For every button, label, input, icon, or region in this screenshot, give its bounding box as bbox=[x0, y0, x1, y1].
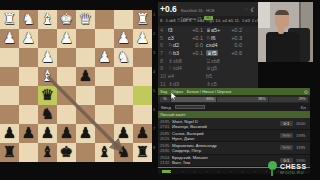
square-f2[interactable] bbox=[38, 29, 57, 48]
square-g8[interactable] bbox=[19, 143, 38, 162]
move-cell-4-we: +0.1 bbox=[192, 27, 206, 33]
move-cell-10-bm[interactable]: b5 bbox=[206, 73, 230, 79]
move-cell-4-bm[interactable]: ♕a5+ bbox=[206, 27, 230, 33]
timeline-tick bbox=[170, 171, 171, 172]
move-cell-8-no: 8 bbox=[160, 58, 168, 64]
square-g5[interactable] bbox=[19, 86, 38, 105]
filter-right-label: Кл. bbox=[301, 105, 307, 110]
move-cell-7-we: +0.1 bbox=[192, 50, 206, 56]
timeline-tick bbox=[242, 171, 243, 172]
move-cell-8-bm[interactable]: ♖xb8 bbox=[206, 58, 230, 64]
square-e2[interactable]: ♟ bbox=[57, 29, 76, 48]
move-cell-5-wm[interactable]: c3 bbox=[168, 35, 192, 41]
move-cell-9-bm[interactable]: ♕g5 bbox=[206, 65, 230, 71]
game-year: 1995 bbox=[296, 145, 308, 150]
square-a2[interactable]: ♟ bbox=[133, 29, 152, 48]
game-row-1[interactable]: 26952741Short, Nigel DИванчук, Василий0:… bbox=[158, 118, 310, 130]
move-row-6: 6♘d20.0cxd40.0 bbox=[158, 41, 258, 49]
square-h6[interactable] bbox=[0, 105, 19, 124]
move-cell-10-wm[interactable]: e4 bbox=[168, 73, 192, 79]
game-row-3[interactable]: 25352690Морозевич, АлександрСвидлер, Пёт… bbox=[158, 142, 310, 154]
move-cell-7-no: 7 bbox=[160, 50, 168, 56]
square-c3[interactable]: ♟ bbox=[95, 48, 114, 67]
game-result-badge: 0:1 bbox=[280, 121, 293, 126]
move-cell-9-wm[interactable]: ♘xd4 bbox=[168, 65, 192, 71]
move-cell-6-no: 6 bbox=[160, 42, 168, 48]
moon-icon[interactable]: ☾ bbox=[251, 6, 256, 13]
square-c7[interactable] bbox=[95, 124, 114, 143]
move-cell-7-wm[interactable]: ♘b3 bbox=[168, 50, 192, 56]
eval-score: +0.6 bbox=[160, 4, 177, 14]
square-d4[interactable]: ♟ bbox=[76, 67, 95, 86]
filter-input[interactable] bbox=[175, 105, 205, 110]
move-cell-9-no: 9 bbox=[160, 65, 168, 71]
black-queen: ♛ bbox=[38, 86, 57, 105]
black-rook: ♜ bbox=[0, 143, 19, 162]
tree-icon bbox=[266, 161, 278, 177]
square-h3[interactable] bbox=[0, 48, 19, 67]
square-a5[interactable] bbox=[133, 86, 152, 105]
square-g1[interactable]: ♞ bbox=[19, 10, 38, 29]
move-cell-5-no: 5 bbox=[160, 35, 168, 41]
square-c4[interactable] bbox=[95, 67, 114, 86]
move-cell-7-be: +0.6 bbox=[230, 50, 242, 56]
square-e7[interactable]: ♟ bbox=[57, 124, 76, 143]
game-players: Морозевич, АлександрСвидлер, Пётр bbox=[172, 143, 280, 153]
move-row-9: 9♘xd4♕g5 bbox=[158, 64, 258, 72]
square-h1[interactable]: ♜ bbox=[0, 10, 19, 29]
square-d3[interactable] bbox=[76, 48, 95, 67]
black-bishop: ♝ bbox=[95, 143, 114, 162]
engine-name: Stockfish 16 · HCE bbox=[181, 8, 215, 13]
logo-text-wood: WOOD.RU bbox=[280, 170, 307, 175]
square-h4[interactable] bbox=[0, 67, 19, 86]
square-d1[interactable]: ♛ bbox=[76, 10, 95, 29]
move-cell-10-no: 10 bbox=[160, 73, 168, 79]
square-b2[interactable]: ♟ bbox=[114, 29, 133, 48]
move-row-7: 7♘b3+0.1♕f5+0.6 bbox=[158, 49, 258, 57]
white-bishop: ♝ bbox=[38, 10, 57, 29]
white-bishop: ♝ bbox=[38, 67, 57, 86]
white-pawn: ♟ bbox=[133, 29, 152, 48]
square-c6[interactable] bbox=[95, 105, 114, 124]
square-c2[interactable] bbox=[95, 29, 114, 48]
black-rook: ♜ bbox=[133, 143, 152, 162]
move-cell-6-wm[interactable]: ♘d2 bbox=[168, 42, 192, 48]
square-d5[interactable] bbox=[76, 86, 95, 105]
square-g4[interactable] bbox=[19, 67, 38, 86]
white-pawn: ♟ bbox=[19, 29, 38, 48]
square-c8[interactable]: ♝ bbox=[95, 143, 114, 162]
black-king: ♚ bbox=[57, 143, 76, 162]
move-cell-8-wm[interactable]: ♗xb8 bbox=[168, 58, 192, 64]
games-header-title: Личный зачёт bbox=[160, 112, 185, 117]
game-players: Салов, ВалерийНунн, Джон bbox=[172, 131, 280, 141]
move-row-10: 10e4b5 bbox=[158, 72, 258, 80]
square-f1[interactable]: ♝ bbox=[38, 10, 57, 29]
square-b5[interactable] bbox=[114, 86, 133, 105]
square-c1[interactable] bbox=[95, 10, 114, 29]
timeline-tick bbox=[206, 171, 207, 172]
square-g6[interactable] bbox=[19, 105, 38, 124]
tab-move[interactable]: Ход bbox=[160, 89, 167, 94]
move-list: 4f3+0.1♕a5++0.25c3+0.1♘f6+0.36♘d20.0cxd4… bbox=[158, 26, 258, 88]
tab-wdl[interactable]: Белые / Ничья / Чёрные bbox=[187, 89, 232, 94]
square-e4[interactable] bbox=[57, 67, 76, 86]
square-b4[interactable] bbox=[114, 67, 133, 86]
white-queen: ♛ bbox=[76, 10, 95, 29]
wdl-draw-segment[interactable]: 38% bbox=[217, 97, 268, 102]
game-ratings: 25352690 bbox=[160, 143, 172, 153]
black-knight: ♞ bbox=[114, 143, 133, 162]
logo-text-chess: CHESS bbox=[280, 163, 307, 170]
move-row-8: 8♗xb8♖xb8 bbox=[158, 57, 258, 65]
square-c5[interactable] bbox=[95, 86, 114, 105]
square-f7[interactable]: ♟ bbox=[38, 124, 57, 143]
game-row-2[interactable]: 26852615Салов, ВалерийНунн, Джон½:½1995 bbox=[158, 130, 310, 142]
mouse-cursor bbox=[171, 92, 178, 101]
square-g7[interactable]: ♟ bbox=[19, 124, 38, 143]
move-cell-6-we: 0.0 bbox=[192, 42, 206, 48]
game-players: Short, Nigel DИванчук, Василий bbox=[172, 119, 280, 129]
square-a4[interactable] bbox=[133, 67, 152, 86]
wdl-black-segment[interactable]: 29% bbox=[269, 97, 308, 102]
black-pawn: ♟ bbox=[57, 124, 76, 143]
black-bishop: ♝ bbox=[38, 143, 57, 162]
game-result-badge: ½:½ bbox=[280, 145, 293, 150]
move-row-5: 5c3+0.1♘f6+0.3 bbox=[158, 34, 258, 42]
square-d2[interactable] bbox=[76, 29, 95, 48]
white-pawn: ♟ bbox=[95, 48, 114, 67]
square-b8[interactable]: ♞ bbox=[114, 143, 133, 162]
square-d8[interactable] bbox=[76, 143, 95, 162]
square-e5[interactable] bbox=[57, 86, 76, 105]
game-ratings: 25042132 bbox=[160, 155, 172, 165]
square-a1[interactable]: ♜ bbox=[133, 10, 152, 29]
webcam-feed bbox=[258, 2, 313, 62]
wdl-label[interactable]: % bbox=[160, 97, 170, 102]
square-f3[interactable]: ♟ bbox=[38, 48, 57, 67]
move-cell-11-bm[interactable]: ♗c5 bbox=[206, 81, 230, 87]
timeline-tick bbox=[182, 171, 183, 172]
move-cell-11-no: 11 bbox=[160, 81, 168, 87]
engine-pv-line[interactable]: 8. ♗xb8 ♖xb8 9. ♘xd4 ♕g5 10. e4 b5 11. ♗… bbox=[158, 16, 258, 26]
square-e1[interactable]: ♚ bbox=[57, 10, 76, 29]
move-cell-6-be: 0.0 bbox=[230, 42, 242, 48]
black-knight: ♞ bbox=[38, 105, 57, 124]
timeline-tick bbox=[254, 171, 255, 172]
filter-label: Ввод bbox=[161, 105, 171, 110]
game-year: 1995 bbox=[296, 133, 308, 138]
square-h8[interactable]: ♜ bbox=[0, 143, 19, 162]
filter-row: Ввод Кл. bbox=[158, 103, 310, 111]
game-ratings: 26852615 bbox=[160, 131, 172, 141]
square-g2[interactable]: ♟ bbox=[19, 29, 38, 48]
timeline-tick bbox=[218, 171, 219, 172]
timeline-tick bbox=[230, 171, 231, 172]
white-knight: ♞ bbox=[19, 10, 38, 29]
move-cell-4-be: +0.2 bbox=[230, 27, 242, 33]
options-tab-bar: Ход Образ Белые / Ничья / Чёрные ⚙ bbox=[158, 88, 310, 95]
eval-header: +0.6 Stockfish 16 · HCE Глубина 21 GO ☼ … bbox=[158, 2, 258, 16]
black-pawn: ♟ bbox=[19, 124, 38, 143]
white-king: ♚ bbox=[57, 10, 76, 29]
streamer-torso bbox=[266, 32, 300, 62]
square-h5[interactable] bbox=[0, 86, 19, 105]
black-pawn: ♟ bbox=[38, 124, 57, 143]
square-h2[interactable]: ♟ bbox=[0, 29, 19, 48]
game-year: 2000 bbox=[296, 121, 308, 126]
move-cell-5-we: +0.1 bbox=[192, 35, 206, 41]
game-result-badge: ½:½ bbox=[280, 133, 293, 138]
black-pawn: ♟ bbox=[114, 124, 133, 143]
sun-icon[interactable]: ☼ bbox=[243, 6, 249, 12]
background-cabinet bbox=[258, 2, 270, 28]
square-b1[interactable] bbox=[114, 10, 133, 29]
move-row-4: 4f3+0.1♕a5++0.2 bbox=[158, 26, 258, 34]
square-a3[interactable] bbox=[133, 48, 152, 67]
square-f8[interactable]: ♝ bbox=[38, 143, 57, 162]
white-rook: ♜ bbox=[133, 10, 152, 29]
move-cell-5-bm[interactable]: ♘f6 bbox=[206, 35, 230, 41]
white-pawn: ♟ bbox=[57, 29, 76, 48]
timeline-tick bbox=[194, 171, 195, 172]
move-row-11: 11♗d3♗c5 bbox=[158, 80, 258, 88]
white-rook: ♜ bbox=[0, 10, 19, 29]
gear-icon[interactable]: ⚙ bbox=[304, 89, 308, 95]
white-knight: ♞ bbox=[114, 48, 133, 67]
square-d7[interactable]: ♟ bbox=[76, 124, 95, 143]
square-d6[interactable] bbox=[76, 105, 95, 124]
stream-frame: ♜♞♝♚♛♜♟♟♟♟♟♟♟♞♝♟♛♞♟♟♟♟♟♟♟♜♝♚♝♞♜ 12345678… bbox=[0, 0, 320, 180]
black-pawn: ♟ bbox=[133, 124, 152, 143]
square-e8[interactable]: ♚ bbox=[57, 143, 76, 162]
move-cell-4-wm[interactable]: f3 bbox=[168, 27, 192, 33]
chess-board[interactable]: ♜♞♝♚♛♜♟♟♟♟♟♟♟♞♝♟♛♞♟♟♟♟♟♟♟♜♝♚♝♞♜ bbox=[0, 10, 152, 162]
square-f4[interactable]: ♝ bbox=[38, 67, 57, 86]
move-cell-7-bm[interactable]: ♕f5 bbox=[206, 50, 230, 56]
square-e6[interactable] bbox=[57, 105, 76, 124]
white-pawn: ♟ bbox=[0, 29, 19, 48]
move-cell-6-bm[interactable]: cxd4 bbox=[206, 42, 230, 48]
streamer-hand bbox=[278, 24, 284, 34]
move-cell-5-be: +0.3 bbox=[230, 35, 242, 41]
square-b7[interactable]: ♟ bbox=[114, 124, 133, 143]
move-cell-4-no: 4 bbox=[160, 27, 168, 33]
game-ratings: 26952741 bbox=[160, 119, 172, 129]
streamer-hair bbox=[275, 10, 289, 15]
square-f6[interactable]: ♞ bbox=[38, 105, 57, 124]
analysis-panel: +0.6 Stockfish 16 · HCE Глубина 21 GO ☼ … bbox=[158, 2, 258, 88]
square-b6[interactable] bbox=[114, 105, 133, 124]
move-cell-11-wm[interactable]: ♗d3 bbox=[168, 81, 192, 87]
square-a6[interactable] bbox=[133, 105, 152, 124]
square-a7[interactable]: ♟ bbox=[133, 124, 152, 143]
square-h7[interactable]: ♟ bbox=[0, 124, 19, 143]
black-pawn: ♟ bbox=[0, 124, 19, 143]
channel-logo: CHESS WOOD.RU bbox=[266, 159, 318, 178]
game-players: Бродский, МихаилВанг, Том bbox=[172, 155, 280, 165]
square-f5[interactable]: ♛ bbox=[38, 86, 57, 105]
square-g3[interactable] bbox=[19, 48, 38, 67]
white-pawn: ♟ bbox=[38, 48, 57, 67]
games-header-bar: Личный зачёт bbox=[158, 111, 310, 118]
black-pawn: ♟ bbox=[76, 67, 95, 86]
square-a8[interactable]: ♜ bbox=[133, 143, 152, 162]
wdl-bar: % 33% 38% 29% bbox=[158, 95, 310, 103]
square-e3[interactable] bbox=[57, 48, 76, 67]
white-pawn: ♟ bbox=[114, 29, 133, 48]
square-b3[interactable]: ♞ bbox=[114, 48, 133, 67]
black-pawn: ♟ bbox=[76, 124, 95, 143]
